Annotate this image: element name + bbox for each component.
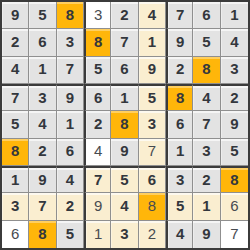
cell-value: 1 [94,226,102,241]
cell-r3c2[interactable]: 1 [29,57,56,84]
cell-r5c8[interactable]: 7 [193,111,220,138]
cell-r1c2[interactable]: 5 [29,2,56,29]
cell-value: 3 [120,226,128,241]
cell-value: 7 [202,116,210,131]
cell-value: 6 [94,90,102,105]
cell-value: 2 [176,61,184,76]
cell-r6c5[interactable]: 9 [111,139,138,166]
cell-value: 5 [202,34,210,49]
cell-r2c1[interactable]: 2 [2,29,29,56]
cell-value: 4 [66,172,74,187]
cell-r8c4[interactable]: 9 [84,193,111,220]
cell-r4c2[interactable]: 3 [29,84,56,111]
cell-r4c1[interactable]: 7 [2,84,29,111]
cell-value: 1 [120,90,128,105]
cell-value: 8 [230,172,238,187]
cell-r8c7[interactable]: 5 [166,193,193,220]
cell-value: 9 [94,198,102,213]
cell-value: 5 [176,198,184,213]
cell-r7c7[interactable]: 3 [166,166,193,193]
cell-value: 6 [230,198,238,213]
cell-r2c8[interactable]: 5 [193,29,220,56]
cell-value: 4 [38,116,46,131]
cell-value: 9 [11,7,19,22]
cell-r1c6[interactable]: 4 [139,2,166,29]
cell-value: 3 [94,7,102,22]
cell-value: 2 [120,7,128,22]
cell-value: 7 [230,226,238,241]
cell-value: 6 [148,172,156,187]
cell-value: 7 [120,34,128,49]
cell-r9c3[interactable]: 5 [57,221,84,248]
cell-value: 2 [94,116,102,131]
cell-value: 3 [148,116,156,131]
cell-r7c3[interactable]: 4 [57,166,84,193]
cell-value: 1 [230,7,238,22]
cell-value: 2 [148,226,156,241]
cell-value: 4 [202,90,210,105]
cell-value: 7 [11,90,19,105]
cell-r3c3[interactable]: 7 [57,57,84,84]
cell-r9c9[interactable]: 7 [221,221,248,248]
cell-value: 2 [230,90,238,105]
cell-value: 1 [66,116,74,131]
cell-r2c2[interactable]: 6 [29,29,56,56]
cell-r8c9[interactable]: 6 [221,193,248,220]
cell-value: 8 [38,226,46,241]
cell-r6c3[interactable]: 6 [57,139,84,166]
cell-value: 9 [202,226,210,241]
cell-r9c1[interactable]: 6 [2,221,29,248]
cell-r5c4[interactable]: 2 [84,111,111,138]
cell-r4c5[interactable]: 1 [111,84,138,111]
cell-value: 4 [94,143,102,158]
cell-value: 3 [202,143,210,158]
cell-r1c7[interactable]: 7 [166,2,193,29]
cell-value: 5 [66,226,74,241]
cell-r1c9[interactable]: 1 [221,2,248,29]
cell-r8c3[interactable]: 2 [57,193,84,220]
cell-value: 8 [94,34,102,49]
cell-r9c4[interactable]: 1 [84,221,111,248]
cell-r5c1[interactable]: 5 [2,111,29,138]
cell-value: 4 [120,198,128,213]
cell-value: 2 [11,34,19,49]
cell-value: 3 [66,34,74,49]
cell-r2c4[interactable]: 8 [84,29,111,56]
cell-r9c2[interactable]: 8 [29,221,56,248]
cell-r6c1[interactable]: 8 [2,139,29,166]
cell-r4c4[interactable]: 6 [84,84,111,111]
cell-value: 5 [120,172,128,187]
cell-r7c8[interactable]: 2 [193,166,220,193]
cell-value: 1 [11,172,19,187]
cell-value: 8 [148,198,156,213]
cell-value: 3 [176,172,184,187]
cell-r8c5[interactable]: 4 [111,193,138,220]
cell-value: 4 [230,34,238,49]
cell-value: 1 [148,34,156,49]
cell-r6c7[interactable]: 1 [166,139,193,166]
cell-value: 7 [94,172,102,187]
cell-r8c8[interactable]: 1 [193,193,220,220]
cell-value: 4 [176,226,184,241]
cell-r3c8[interactable]: 8 [193,57,220,84]
cell-r1c8[interactable]: 6 [193,2,220,29]
cell-r3c1[interactable]: 4 [2,57,29,84]
cell-r6c4[interactable]: 4 [84,139,111,166]
cell-r5c7[interactable]: 6 [166,111,193,138]
cell-r6c6[interactable]: 7 [139,139,166,166]
cell-r8c1[interactable]: 3 [2,193,29,220]
cell-r2c9[interactable]: 4 [221,29,248,56]
cell-value: 2 [38,143,46,158]
cell-value: 5 [148,90,156,105]
cell-r6c8[interactable]: 3 [193,139,220,166]
cell-r7c5[interactable]: 5 [111,166,138,193]
cell-r4c8[interactable]: 4 [193,84,220,111]
cell-r7c9[interactable]: 8 [221,166,248,193]
cell-r3c5[interactable]: 6 [111,57,138,84]
cell-value: 2 [202,172,210,187]
cell-value: 9 [120,143,128,158]
cell-r4c3[interactable]: 9 [57,84,84,111]
cell-r2c6[interactable]: 1 [139,29,166,56]
cell-r4c7[interactable]: 8 [166,84,193,111]
cell-value: 5 [230,143,238,158]
cell-r4c9[interactable]: 2 [221,84,248,111]
cell-value: 8 [176,90,184,105]
cell-r1c5[interactable]: 2 [111,2,138,29]
cell-r7c4[interactable]: 7 [84,166,111,193]
cell-value: 1 [176,143,184,158]
cell-value: 6 [38,34,46,49]
cell-r3c7[interactable]: 2 [166,57,193,84]
cell-r7c2[interactable]: 9 [29,166,56,193]
cell-value: 5 [94,61,102,76]
cell-value: 6 [11,226,19,241]
cell-r5c3[interactable]: 1 [57,111,84,138]
cell-r9c8[interactable]: 9 [193,221,220,248]
cell-value: 9 [38,172,46,187]
cell-value: 4 [148,7,156,22]
cell-r6c2[interactable]: 2 [29,139,56,166]
cell-r4c6[interactable]: 5 [139,84,166,111]
cell-value: 3 [11,198,19,213]
sudoku-board: 9583247612638719544175692837396158425412… [0,0,250,250]
cell-r3c4[interactable]: 5 [84,57,111,84]
cell-r7c1[interactable]: 1 [2,166,29,193]
cell-value: 7 [176,7,184,22]
cell-r5c2[interactable]: 4 [29,111,56,138]
cell-r1c3[interactable]: 8 [57,2,84,29]
cell-value: 8 [120,116,128,131]
cell-value: 7 [38,198,46,213]
cell-r5c9[interactable]: 9 [221,111,248,138]
cell-r9c5[interactable]: 3 [111,221,138,248]
cell-value: 8 [66,7,74,22]
cell-value: 6 [202,7,210,22]
cell-value: 7 [66,61,74,76]
cell-r2c5[interactable]: 7 [111,29,138,56]
cell-r6c9[interactable]: 5 [221,139,248,166]
cell-value: 5 [38,7,46,22]
cell-r5c5[interactable]: 8 [111,111,138,138]
cell-r1c4[interactable]: 3 [84,2,111,29]
cell-value: 9 [230,116,238,131]
cell-value: 2 [66,198,74,213]
cell-value: 3 [38,90,46,105]
cell-r7c6[interactable]: 6 [139,166,166,193]
cell-r2c3[interactable]: 3 [57,29,84,56]
cell-value: 9 [148,61,156,76]
cell-r5c6[interactable]: 3 [139,111,166,138]
cell-r8c2[interactable]: 7 [29,193,56,220]
cell-value: 8 [202,61,210,76]
cell-value: 5 [11,116,19,131]
cell-value: 9 [66,90,74,105]
cell-value: 1 [38,61,46,76]
cell-value: 9 [176,34,184,49]
cell-value: 1 [202,198,210,213]
cell-value: 6 [176,116,184,131]
cell-value: 6 [120,61,128,76]
cell-r3c6[interactable]: 9 [139,57,166,84]
cell-value: 8 [11,143,19,158]
cell-r9c7[interactable]: 4 [166,221,193,248]
cell-r1c1[interactable]: 9 [2,2,29,29]
cell-r2c7[interactable]: 9 [166,29,193,56]
cell-value: 3 [230,61,238,76]
cell-r8c6[interactable]: 8 [139,193,166,220]
cell-r3c9[interactable]: 3 [221,57,248,84]
cell-value: 6 [66,143,74,158]
cell-value: 7 [148,143,156,158]
cell-r9c6[interactable]: 2 [139,221,166,248]
cell-value: 4 [11,61,19,76]
